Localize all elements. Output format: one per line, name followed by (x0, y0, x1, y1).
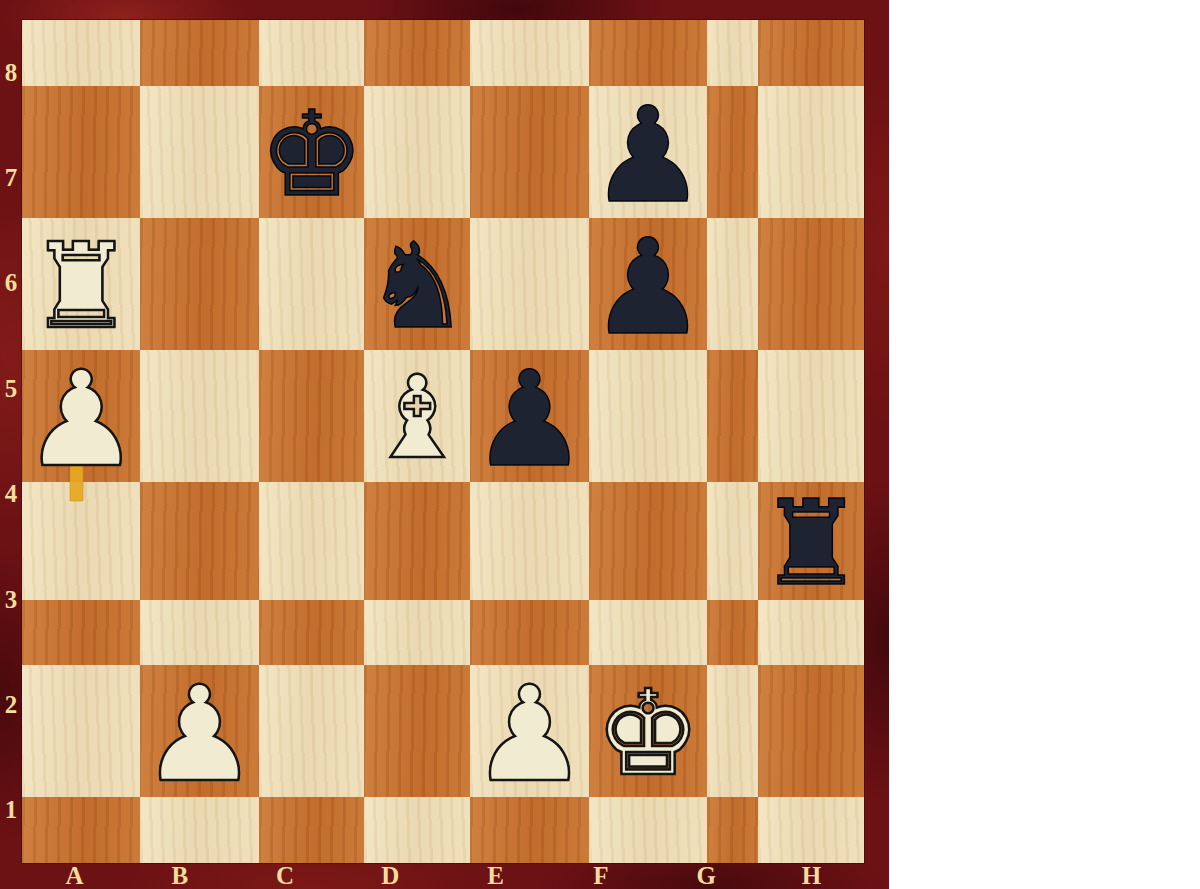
square-h2[interactable] (758, 665, 864, 797)
square-e6[interactable] (470, 218, 588, 350)
rank-label-6: 6 (0, 231, 22, 336)
square-a2[interactable] (22, 665, 140, 797)
square-g7[interactable] (707, 86, 758, 218)
square-c1[interactable] (259, 797, 365, 863)
square-c7[interactable]: ♚ (259, 86, 365, 218)
file-label-c: C (233, 863, 338, 889)
white-king-f2[interactable]: ♚ (595, 675, 701, 793)
square-b3[interactable] (140, 600, 258, 666)
square-f8[interactable] (589, 20, 707, 86)
square-e2[interactable]: ♟ (470, 665, 588, 797)
rank-label-3: 3 (0, 547, 22, 652)
square-c8[interactable] (259, 20, 365, 86)
square-g3[interactable] (707, 600, 758, 666)
file-label-b: B (127, 863, 232, 889)
square-f4[interactable] (589, 482, 707, 600)
rank-label-8: 8 (0, 20, 22, 125)
black-pawn-e5[interactable]: ♟ (470, 352, 588, 484)
rank-label-7: 7 (0, 125, 22, 230)
square-a4[interactable] (22, 482, 140, 600)
square-g5[interactable] (707, 350, 758, 482)
square-h7[interactable] (758, 86, 864, 218)
square-e3[interactable] (470, 600, 588, 666)
square-c3[interactable] (259, 600, 365, 666)
square-g1[interactable] (707, 797, 758, 863)
white-rook-a6[interactable]: ♜ (28, 227, 134, 345)
square-e8[interactable] (470, 20, 588, 86)
square-a6[interactable]: ♜ (22, 218, 140, 350)
square-d1[interactable] (364, 797, 470, 863)
square-c4[interactable] (259, 482, 365, 600)
white-pawn-e2[interactable]: ♟ (470, 668, 588, 800)
square-h8[interactable] (758, 20, 864, 86)
black-king-c7[interactable]: ♚ (259, 95, 365, 213)
white-pawn-a5[interactable]: ♟ (22, 352, 140, 484)
square-d4[interactable] (364, 482, 470, 600)
square-a5[interactable]: ♟ (22, 350, 140, 482)
square-d2[interactable] (364, 665, 470, 797)
square-g8[interactable] (707, 20, 758, 86)
square-a8[interactable] (22, 20, 140, 86)
square-f3[interactable] (589, 600, 707, 666)
black-pawn-f7[interactable]: ♟ (589, 88, 707, 220)
file-label-g: G (654, 863, 759, 889)
chess-board: ♚♟♜♞♟♟♝♟♜♟♟♚ 87654321ABCDEFGH (0, 0, 889, 889)
rank-label-1: 1 (0, 758, 22, 863)
square-b8[interactable] (140, 20, 258, 86)
square-a7[interactable] (22, 86, 140, 218)
square-b4[interactable] (140, 482, 258, 600)
square-b6[interactable] (140, 218, 258, 350)
file-label-f: F (548, 863, 653, 889)
file-label-h: H (759, 863, 864, 889)
square-d6[interactable]: ♞ (364, 218, 470, 350)
square-b2[interactable]: ♟ (140, 665, 258, 797)
square-e7[interactable] (470, 86, 588, 218)
square-a1[interactable] (22, 797, 140, 863)
white-pawn-b2[interactable]: ♟ (140, 668, 258, 800)
square-g4[interactable] (707, 482, 758, 600)
black-rook-h4[interactable]: ♜ (758, 484, 864, 602)
square-d7[interactable] (364, 86, 470, 218)
board-grid: ♚♟♜♞♟♟♝♟♜♟♟♚ (22, 20, 864, 863)
square-f2[interactable]: ♚ (589, 665, 707, 797)
square-b7[interactable] (140, 86, 258, 218)
square-d3[interactable] (364, 600, 470, 666)
square-g2[interactable] (707, 665, 758, 797)
rank-label-5: 5 (0, 336, 22, 441)
black-knight-d6[interactable]: ♞ (364, 227, 470, 345)
black-pawn-f6[interactable]: ♟ (589, 220, 707, 352)
file-label-a: A (22, 863, 127, 889)
square-c2[interactable] (259, 665, 365, 797)
square-h4[interactable]: ♜ (758, 482, 864, 600)
square-f6[interactable]: ♟ (589, 218, 707, 350)
square-h5[interactable] (758, 350, 864, 482)
square-d8[interactable] (364, 20, 470, 86)
square-d5[interactable]: ♝ (364, 350, 470, 482)
file-label-d: D (338, 863, 443, 889)
rank-label-4: 4 (0, 442, 22, 547)
file-label-e: E (443, 863, 548, 889)
square-h6[interactable] (758, 218, 864, 350)
square-f7[interactable]: ♟ (589, 86, 707, 218)
square-f1[interactable] (589, 797, 707, 863)
square-a3[interactable] (22, 600, 140, 666)
square-h1[interactable] (758, 797, 864, 863)
square-c6[interactable] (259, 218, 365, 350)
rank-label-2: 2 (0, 652, 22, 757)
square-e5[interactable]: ♟ (470, 350, 588, 482)
square-g6[interactable] (707, 218, 758, 350)
square-b5[interactable] (140, 350, 258, 482)
square-f5[interactable] (589, 350, 707, 482)
white-bishop-d5[interactable]: ♝ (366, 361, 468, 475)
page-background: ♚♟♜♞♟♟♝♟♜♟♟♚ 87654321ABCDEFGH (0, 0, 1200, 889)
square-c5[interactable] (259, 350, 365, 482)
square-e4[interactable] (470, 482, 588, 600)
